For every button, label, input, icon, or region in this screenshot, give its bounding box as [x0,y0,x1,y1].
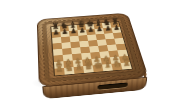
product-photo-chess-set[interactable]: ♜♞♝♛♚♝♞♜♟♟♟♟♟♟♟♟♟♟♟♟♟♟♟♟♜♞♝♛♚♝♞♜ [0,0,175,105]
handle-cutout [97,82,127,89]
piece-white-rook-h1: ♜ [122,57,132,70]
scene: ♜♞♝♛♚♝♞♜♟♟♟♟♟♟♟♟♟♟♟♟♟♟♟♟♜♞♝♛♚♝♞♜ [36,0,144,105]
pieces-layer: ♜♞♝♛♚♝♞♜♟♟♟♟♟♟♟♟♟♟♟♟♟♟♟♟♜♞♝♛♚♝♞♜ [51,22,132,76]
chess-board: ♜♞♝♛♚♝♞♜♟♟♟♟♟♟♟♟♟♟♟♟♟♟♟♟♜♞♝♛♚♝♞♜ [37,13,149,88]
piece-black-pawn-h7: ♟ [112,24,121,33]
carved-walnut-tray: ♜♞♝♛♚♝♞♜♟♟♟♟♟♟♟♟♟♟♟♟♟♟♟♟♜♞♝♛♚♝♞♜ [37,13,149,88]
